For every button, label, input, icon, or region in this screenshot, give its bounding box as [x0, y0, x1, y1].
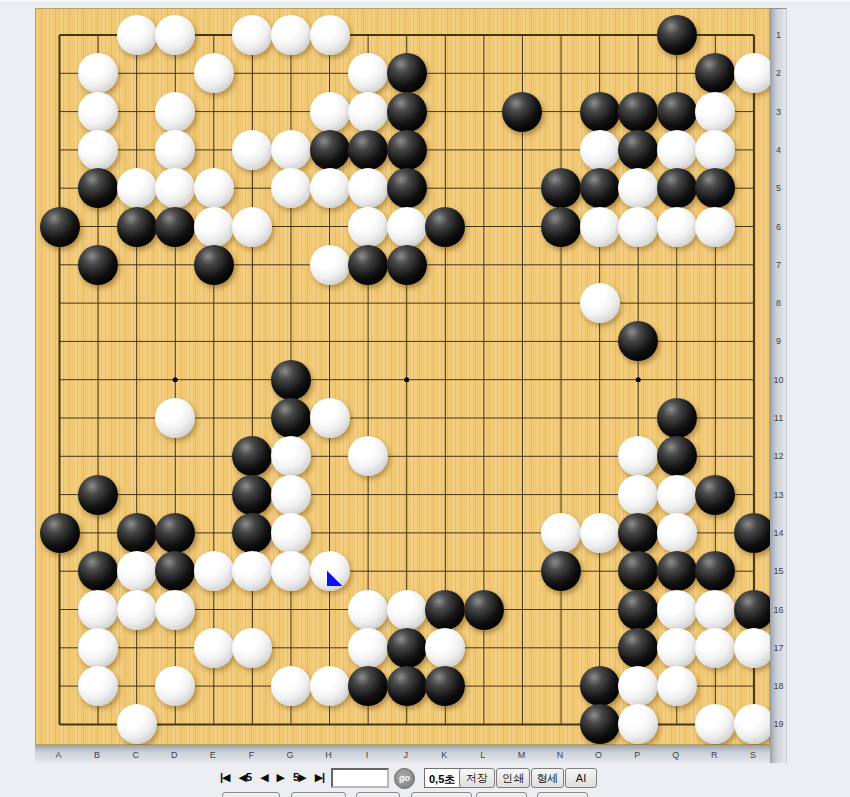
black-stone-P14[interactable] — [618, 513, 658, 553]
black-stone-N6[interactable] — [541, 207, 581, 247]
col-label-M: M — [515, 750, 527, 760]
col-label-F: F — [245, 750, 257, 760]
row-label-18: 18 — [770, 681, 787, 691]
black-stone-P3[interactable] — [618, 92, 658, 132]
white-stone-K17[interactable] — [425, 628, 465, 668]
col-label-I: I — [361, 750, 373, 760]
white-stone-B18[interactable] — [78, 666, 118, 706]
black-stone-B5[interactable] — [78, 168, 118, 208]
row-label-7: 7 — [770, 260, 787, 270]
black-stone-G11[interactable] — [271, 398, 311, 438]
col-label-B: B — [91, 750, 103, 760]
col-label-R: R — [708, 750, 720, 760]
black-stone-S14[interactable] — [734, 513, 774, 553]
col-label-P: P — [631, 750, 643, 760]
black-stone-I4[interactable] — [348, 130, 388, 170]
cut-off-button[interactable] — [356, 792, 400, 797]
black-stone-Q12[interactable] — [657, 436, 697, 476]
black-stone-B13[interactable] — [78, 475, 118, 515]
cut-off-button[interactable] — [411, 792, 472, 797]
white-stone-C5[interactable] — [117, 168, 157, 208]
white-stone-G4[interactable] — [271, 130, 311, 170]
col-label-E: E — [207, 750, 219, 760]
black-stone-B7[interactable] — [78, 245, 118, 285]
white-stone-D3[interactable] — [155, 92, 195, 132]
white-stone-P6[interactable] — [618, 207, 658, 247]
white-stone-Q13[interactable] — [657, 475, 697, 515]
black-stone-Q3[interactable] — [657, 92, 697, 132]
black-stone-F13[interactable] — [232, 475, 272, 515]
col-label-S: S — [747, 750, 759, 760]
white-stone-G1[interactable] — [271, 15, 311, 55]
white-stone-E2[interactable] — [194, 53, 234, 93]
cut-off-button[interactable] — [537, 792, 588, 797]
print-button[interactable]: 인쇄 — [496, 768, 530, 788]
black-stone-N5[interactable] — [541, 168, 581, 208]
cut-off-button[interactable] — [222, 792, 280, 797]
row-label-13: 13 — [770, 490, 787, 500]
black-stone-J18[interactable] — [387, 666, 427, 706]
white-stone-P13[interactable] — [618, 475, 658, 515]
white-stone-F6[interactable] — [232, 207, 272, 247]
black-stone-N15[interactable] — [541, 551, 581, 591]
row-label-4: 4 — [770, 145, 787, 155]
white-stone-G18[interactable] — [271, 666, 311, 706]
white-stone-O4[interactable] — [580, 130, 620, 170]
white-stone-I6[interactable] — [348, 207, 388, 247]
row-label-16: 16 — [770, 605, 787, 615]
white-stone-Q17[interactable] — [657, 628, 697, 668]
white-stone-G15[interactable] — [271, 551, 311, 591]
row-label-1: 1 — [770, 30, 787, 40]
white-stone-D16[interactable] — [155, 590, 195, 630]
black-stone-J3[interactable] — [387, 92, 427, 132]
white-stone-R17[interactable] — [695, 628, 735, 668]
col-label-C: C — [130, 750, 142, 760]
row-label-5: 5 — [770, 183, 787, 193]
column-coordinate-strip: ABCDEFGHIJKLMNOPQRS — [35, 745, 770, 763]
black-stone-A6[interactable] — [40, 207, 80, 247]
white-stone-N14[interactable] — [541, 513, 581, 553]
white-stone-C1[interactable] — [117, 15, 157, 55]
black-stone-P4[interactable] — [618, 130, 658, 170]
white-stone-J16[interactable] — [387, 590, 427, 630]
row-label-10: 10 — [770, 375, 787, 385]
black-stone-J17[interactable] — [387, 628, 427, 668]
white-stone-F17[interactable] — [232, 628, 272, 668]
col-label-L: L — [477, 750, 489, 760]
black-stone-P17[interactable] — [618, 628, 658, 668]
row-label-14: 14 — [770, 528, 787, 538]
black-stone-L16[interactable] — [464, 590, 504, 630]
black-stone-A14[interactable] — [40, 513, 80, 553]
row-label-9: 9 — [770, 336, 787, 346]
white-stone-H18[interactable] — [310, 666, 350, 706]
black-stone-J7[interactable] — [387, 245, 427, 285]
black-stone-C6[interactable] — [117, 207, 157, 247]
black-stone-Q5[interactable] — [657, 168, 697, 208]
black-stone-S16[interactable] — [734, 590, 774, 630]
row-label-3: 3 — [770, 107, 787, 117]
white-stone-H11[interactable] — [310, 398, 350, 438]
white-stone-H3[interactable] — [310, 92, 350, 132]
move-number-input[interactable] — [331, 768, 389, 788]
go-board-widget: 12345678910111213141516171819 ABCDEFGHIJ… — [35, 8, 787, 763]
row-label-2: 2 — [770, 68, 787, 78]
black-stone-O3[interactable] — [580, 92, 620, 132]
white-stone-O6[interactable] — [580, 207, 620, 247]
white-stone-D4[interactable] — [155, 130, 195, 170]
ai-button[interactable]: AI — [565, 768, 597, 788]
go-board[interactable] — [35, 8, 770, 745]
black-stone-D14[interactable] — [155, 513, 195, 553]
white-stone-E5[interactable] — [194, 168, 234, 208]
nav-back-5-button[interactable]: ◀5 — [239, 771, 252, 784]
row-label-8: 8 — [770, 298, 787, 308]
save-button[interactable]: 저장 — [459, 768, 495, 788]
white-stone-H5[interactable] — [310, 168, 350, 208]
black-stone-O5[interactable] — [580, 168, 620, 208]
black-stone-G10[interactable] — [271, 360, 311, 400]
white-stone-O8[interactable] — [580, 283, 620, 323]
black-stone-I18[interactable] — [348, 666, 388, 706]
black-stone-Q15[interactable] — [657, 551, 697, 591]
white-stone-B4[interactable] — [78, 130, 118, 170]
white-stone-O14[interactable] — [580, 513, 620, 553]
black-stone-J2[interactable] — [387, 53, 427, 93]
nav-forward-button[interactable]: ▶ — [277, 771, 284, 784]
white-stone-Q16[interactable] — [657, 590, 697, 630]
white-stone-B3[interactable] — [78, 92, 118, 132]
white-stone-G13[interactable] — [271, 475, 311, 515]
white-stone-R6[interactable] — [695, 207, 735, 247]
white-stone-I16[interactable] — [348, 590, 388, 630]
white-stone-J6[interactable] — [387, 207, 427, 247]
row-label-12: 12 — [770, 451, 787, 461]
black-stone-B15[interactable] — [78, 551, 118, 591]
white-stone-S2[interactable] — [734, 53, 774, 93]
black-stone-I7[interactable] — [348, 245, 388, 285]
nav-first-button[interactable]: |◀ — [220, 771, 230, 784]
nav-last-button[interactable]: ▶| — [315, 771, 325, 784]
white-stone-P18[interactable] — [618, 666, 658, 706]
white-stone-C19[interactable] — [117, 704, 157, 744]
nav-back-button[interactable]: ◀ — [260, 771, 267, 784]
last-move-triangle-marker — [327, 570, 343, 586]
black-stone-E7[interactable] — [194, 245, 234, 285]
white-stone-G12[interactable] — [271, 436, 311, 476]
black-stone-Q1[interactable] — [657, 15, 697, 55]
go-button[interactable]: go — [394, 768, 415, 789]
col-label-Q: Q — [670, 750, 682, 760]
col-label-O: O — [593, 750, 605, 760]
white-stone-R3[interactable] — [695, 92, 735, 132]
black-stone-Q11[interactable] — [657, 398, 697, 438]
col-label-D: D — [168, 750, 180, 760]
row-label-6: 6 — [770, 222, 787, 232]
row-coordinate-strip: 12345678910111213141516171819 — [770, 8, 787, 763]
cut-off-button[interactable] — [476, 792, 527, 797]
row-label-17: 17 — [770, 643, 787, 653]
white-stone-D11[interactable] — [155, 398, 195, 438]
col-label-N: N — [554, 750, 566, 760]
col-label-J: J — [400, 750, 412, 760]
black-stone-J4[interactable] — [387, 130, 427, 170]
black-stone-C14[interactable] — [117, 513, 157, 553]
white-stone-Q6[interactable] — [657, 207, 697, 247]
black-stone-O19[interactable] — [580, 704, 620, 744]
white-stone-C15[interactable] — [117, 551, 157, 591]
window-top-edge — [0, 0, 850, 4]
white-stone-I17[interactable] — [348, 628, 388, 668]
white-stone-R4[interactable] — [695, 130, 735, 170]
white-stone-E15[interactable] — [194, 551, 234, 591]
black-stone-J5[interactable] — [387, 168, 427, 208]
white-stone-G5[interactable] — [271, 168, 311, 208]
white-stone-H1[interactable] — [310, 15, 350, 55]
move-navigation: |◀◀5◀▶5▶▶| — [220, 771, 324, 784]
cut-off-button[interactable] — [291, 792, 346, 797]
row-label-15: 15 — [770, 566, 787, 576]
white-stone-I3[interactable] — [348, 92, 388, 132]
white-stone-R16[interactable] — [695, 590, 735, 630]
white-stone-Q18[interactable] — [657, 666, 697, 706]
white-stone-E6[interactable] — [194, 207, 234, 247]
white-stone-Q4[interactable] — [657, 130, 697, 170]
black-stone-D6[interactable] — [155, 207, 195, 247]
black-stone-H4[interactable] — [310, 130, 350, 170]
situation-button[interactable]: 형세 — [531, 768, 564, 788]
col-label-K: K — [438, 750, 450, 760]
col-label-A: A — [53, 750, 65, 760]
replay-toolbar: |◀◀5◀▶5▶▶| go 0,5초 ▼ 저장인쇄형세AI — [0, 765, 850, 791]
col-label-G: G — [284, 750, 296, 760]
white-stone-D1[interactable] — [155, 15, 195, 55]
black-stone-O18[interactable] — [580, 666, 620, 706]
black-stone-M3[interactable] — [502, 92, 542, 132]
black-stone-K16[interactable] — [425, 590, 465, 630]
nav-forward-5-button[interactable]: 5▶ — [293, 771, 306, 784]
white-stone-G14[interactable] — [271, 513, 311, 553]
col-label-H: H — [323, 750, 335, 760]
white-stone-H15[interactable] — [310, 551, 350, 591]
white-stone-H7[interactable] — [310, 245, 350, 285]
black-stone-K6[interactable] — [425, 207, 465, 247]
white-stone-C16[interactable] — [117, 590, 157, 630]
white-stone-S17[interactable] — [734, 628, 774, 668]
white-stone-B16[interactable] — [78, 590, 118, 630]
black-stone-R13[interactable] — [695, 475, 735, 515]
white-stone-E17[interactable] — [194, 628, 234, 668]
row-label-19: 19 — [770, 719, 787, 729]
white-stone-Q14[interactable] — [657, 513, 697, 553]
row-label-11: 11 — [770, 413, 787, 423]
white-stone-B17[interactable] — [78, 628, 118, 668]
black-stone-P16[interactable] — [618, 590, 658, 630]
